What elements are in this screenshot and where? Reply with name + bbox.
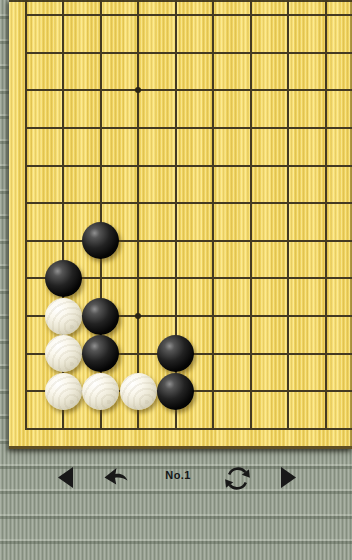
- black-stone-B5: [45, 260, 82, 297]
- black-stone-E2: [157, 373, 194, 410]
- grid-line-horizontal: [25, 428, 352, 430]
- grid-line-horizontal: [25, 165, 352, 167]
- grid-line-vertical: [25, 0, 27, 430]
- problem-number-label: No.1: [158, 469, 198, 481]
- left-triangle-icon: [58, 467, 73, 488]
- grid-line-horizontal: [25, 202, 352, 204]
- star-point: [135, 313, 141, 319]
- grid-line-horizontal: [25, 240, 352, 242]
- white-stone-B3: [45, 335, 82, 372]
- star-point: [135, 87, 141, 93]
- right-triangle-icon: [281, 467, 296, 488]
- go-board[interactable]: [9, 0, 352, 449]
- black-stone-C3: [82, 335, 119, 372]
- prev-problem-button[interactable]: [58, 467, 73, 488]
- black-stone-C6: [82, 222, 119, 259]
- back-arrow-icon: [103, 467, 128, 486]
- grid-line-vertical: [325, 0, 327, 430]
- grid-line-vertical: [287, 0, 289, 430]
- grid-line-vertical: [137, 0, 139, 430]
- next-problem-button[interactable]: [281, 467, 296, 488]
- white-stone-B2: [45, 373, 82, 410]
- black-stone-E3: [157, 335, 194, 372]
- grid-line-vertical: [250, 0, 252, 430]
- white-stone-C2: [82, 373, 119, 410]
- refresh-icon: [224, 465, 251, 492]
- reset-board-button[interactable]: [224, 465, 251, 492]
- grid-line-horizontal: [25, 52, 352, 54]
- board-top-crop-line: [9, 0, 352, 2]
- grid-line-vertical: [212, 0, 214, 430]
- grid-line-horizontal: [25, 89, 352, 91]
- grid-line-horizontal: [25, 14, 352, 16]
- white-stone-D2: [120, 373, 157, 410]
- white-stone-B4: [45, 298, 82, 335]
- black-stone-C4: [82, 298, 119, 335]
- grid-line-horizontal: [25, 127, 352, 129]
- undo-move-button[interactable]: [103, 467, 128, 486]
